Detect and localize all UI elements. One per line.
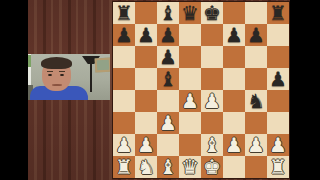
- white-rook: ♜: [115, 156, 133, 178]
- square-d6: [179, 46, 201, 68]
- square-c6: ♟: [157, 46, 179, 68]
- square-a6: [113, 46, 135, 68]
- square-f6: [223, 46, 245, 68]
- square-d4: ♟: [179, 90, 201, 112]
- square-g2: ♟: [245, 134, 267, 156]
- square-e6: [201, 46, 223, 68]
- square-c7: ♟: [157, 24, 179, 46]
- black-pawn: ♟: [137, 24, 155, 46]
- white-king: ♚: [203, 156, 221, 178]
- square-b6: [135, 46, 157, 68]
- floor-lamp-pole: [90, 63, 92, 92]
- square-c4: [157, 90, 179, 112]
- square-g8: [245, 2, 267, 24]
- square-g7: ♟: [245, 24, 267, 46]
- square-d2: [179, 134, 201, 156]
- white-pawn: ♟: [159, 112, 177, 134]
- square-a8: ♜: [113, 2, 135, 24]
- picture-frame: [95, 58, 110, 73]
- square-d8: ♛: [179, 2, 201, 24]
- square-d5: [179, 68, 201, 90]
- square-b3: [135, 112, 157, 134]
- presenter-eye-left: [48, 74, 52, 76]
- square-a3: [113, 112, 135, 134]
- presenter-brow-right: [59, 71, 65, 72]
- black-pawn: ♟: [115, 24, 133, 46]
- black-pawn: ♟: [159, 46, 177, 68]
- white-pawn: ♟: [247, 134, 265, 156]
- white-pawn: ♟: [181, 90, 199, 112]
- presenter-mouth: [52, 84, 62, 86]
- square-f2: ♟: [223, 134, 245, 156]
- chess-board: ♜♝♛♚♜♟♟♟♟♟♟♝♟♟♟♞♟♟♟♝♟♟♟♜♞♝♛♚♜: [112, 1, 290, 179]
- white-bishop: ♝: [203, 134, 221, 156]
- square-b5: [135, 68, 157, 90]
- square-e1: ♚: [201, 156, 223, 178]
- square-h4: [267, 90, 289, 112]
- square-g6: [245, 46, 267, 68]
- webcam-overlay: [22, 54, 110, 100]
- black-queen: ♛: [181, 2, 199, 24]
- square-h6: [267, 46, 289, 68]
- white-knight: ♞: [137, 156, 155, 178]
- black-bishop: ♝: [159, 2, 177, 24]
- presenter-brow-left: [47, 71, 53, 72]
- letterbox-left: [0, 0, 28, 180]
- square-h8: ♜: [267, 2, 289, 24]
- black-pawn: ♟: [225, 24, 243, 46]
- black-rook: ♜: [269, 2, 287, 24]
- video-frame: ♜♝♛♚♜♟♟♟♟♟♟♝♟♟♟♞♟♟♟♝♟♟♟♜♞♝♛♚♜: [0, 0, 320, 180]
- black-pawn: ♟: [247, 24, 265, 46]
- square-e7: [201, 24, 223, 46]
- square-c2: [157, 134, 179, 156]
- square-h5: ♟: [267, 68, 289, 90]
- square-d7: [179, 24, 201, 46]
- square-h7: [267, 24, 289, 46]
- white-queen: ♛: [181, 156, 199, 178]
- square-c5: ♝: [157, 68, 179, 90]
- square-h2: ♟: [267, 134, 289, 156]
- square-b8: [135, 2, 157, 24]
- square-g4: ♞: [245, 90, 267, 112]
- square-e4: ♟: [201, 90, 223, 112]
- square-f3: [223, 112, 245, 134]
- square-a4: [113, 90, 135, 112]
- square-f8: [223, 2, 245, 24]
- square-a2: ♟: [113, 134, 135, 156]
- square-c3: ♟: [157, 112, 179, 134]
- white-pawn: ♟: [269, 134, 287, 156]
- presenter-eye-right: [60, 74, 64, 76]
- black-king: ♚: [203, 2, 221, 24]
- white-rook: ♜: [269, 156, 287, 178]
- square-h1: ♜: [267, 156, 289, 178]
- square-e2: ♝: [201, 134, 223, 156]
- square-f5: [223, 68, 245, 90]
- square-a1: ♜: [113, 156, 135, 178]
- black-rook: ♜: [115, 2, 133, 24]
- presenter-hair: [41, 57, 72, 69]
- square-b2: ♟: [135, 134, 157, 156]
- square-e5: [201, 68, 223, 90]
- square-f1: [223, 156, 245, 178]
- square-h3: [267, 112, 289, 134]
- letterbox-right: [290, 0, 320, 180]
- square-a5: [113, 68, 135, 90]
- square-f7: ♟: [223, 24, 245, 46]
- square-c8: ♝: [157, 2, 179, 24]
- square-d1: ♛: [179, 156, 201, 178]
- square-g5: [245, 68, 267, 90]
- square-e3: [201, 112, 223, 134]
- white-pawn: ♟: [203, 90, 221, 112]
- square-c1: ♝: [157, 156, 179, 178]
- square-g1: [245, 156, 267, 178]
- square-a7: ♟: [113, 24, 135, 46]
- black-knight: ♞: [247, 90, 265, 112]
- white-pawn: ♟: [115, 134, 133, 156]
- square-b7: ♟: [135, 24, 157, 46]
- square-b4: [135, 90, 157, 112]
- square-d3: [179, 112, 201, 134]
- white-pawn: ♟: [137, 134, 155, 156]
- white-bishop: ♝: [159, 156, 177, 178]
- square-g3: [245, 112, 267, 134]
- black-pawn: ♟: [159, 24, 177, 46]
- white-pawn: ♟: [225, 134, 243, 156]
- square-e8: ♚: [201, 2, 223, 24]
- black-bishop: ♝: [159, 68, 177, 90]
- square-f4: [223, 90, 245, 112]
- black-pawn: ♟: [269, 68, 287, 90]
- square-b1: ♞: [135, 156, 157, 178]
